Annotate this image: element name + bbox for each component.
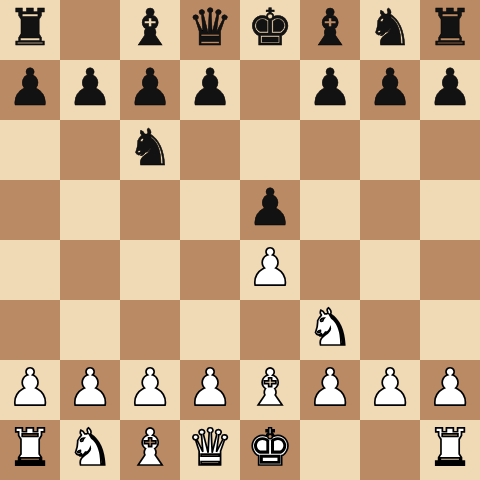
square-f4[interactable] [300, 240, 360, 300]
piece-black-pawn-b7[interactable]: ♟ [67, 58, 113, 118]
square-g6[interactable] [360, 120, 420, 180]
square-b6[interactable] [60, 120, 120, 180]
piece-white-pawn-f2[interactable]: ♟ [307, 358, 353, 418]
square-h6[interactable] [420, 120, 480, 180]
square-e6[interactable] [240, 120, 300, 180]
square-c2[interactable]: ♟ [120, 360, 180, 420]
piece-black-pawn-c7[interactable]: ♟ [127, 58, 173, 118]
piece-white-bishop-e2[interactable]: ♝ [247, 358, 293, 418]
piece-white-rook-h1[interactable]: ♜ [427, 418, 473, 478]
square-h3[interactable] [420, 300, 480, 360]
square-b1[interactable]: ♞ [60, 420, 120, 480]
square-a4[interactable] [0, 240, 60, 300]
square-b2[interactable]: ♟ [60, 360, 120, 420]
square-e5[interactable]: ♟ [240, 180, 300, 240]
square-c4[interactable] [120, 240, 180, 300]
square-h7[interactable]: ♟ [420, 60, 480, 120]
square-d2[interactable]: ♟ [180, 360, 240, 420]
piece-white-pawn-d2[interactable]: ♟ [187, 358, 233, 418]
square-f3[interactable]: ♞ [300, 300, 360, 360]
square-d6[interactable] [180, 120, 240, 180]
square-e8[interactable]: ♚ [240, 0, 300, 60]
square-c7[interactable]: ♟ [120, 60, 180, 120]
square-a3[interactable] [0, 300, 60, 360]
square-a5[interactable] [0, 180, 60, 240]
chess-board: ♜♝♛♚♝♞♜♟♟♟♟♟♟♟♞♟♟♞♟♟♟♟♝♟♟♟♜♞♝♛♚♜ [0, 0, 480, 480]
square-d1[interactable]: ♛ [180, 420, 240, 480]
piece-white-pawn-a2[interactable]: ♟ [7, 358, 53, 418]
square-c8[interactable]: ♝ [120, 0, 180, 60]
piece-white-pawn-h2[interactable]: ♟ [427, 358, 473, 418]
square-a1[interactable]: ♜ [0, 420, 60, 480]
square-f1[interactable] [300, 420, 360, 480]
square-d8[interactable]: ♛ [180, 0, 240, 60]
square-g1[interactable] [360, 420, 420, 480]
piece-white-knight-b1[interactable]: ♞ [67, 418, 113, 478]
square-g8[interactable]: ♞ [360, 0, 420, 60]
square-g3[interactable] [360, 300, 420, 360]
square-f7[interactable]: ♟ [300, 60, 360, 120]
square-d5[interactable] [180, 180, 240, 240]
square-c1[interactable]: ♝ [120, 420, 180, 480]
piece-black-bishop-c8[interactable]: ♝ [127, 0, 173, 58]
piece-white-king-e1[interactable]: ♚ [247, 418, 293, 478]
piece-black-rook-a8[interactable]: ♜ [7, 0, 53, 58]
square-e1[interactable]: ♚ [240, 420, 300, 480]
square-g5[interactable] [360, 180, 420, 240]
square-h2[interactable]: ♟ [420, 360, 480, 420]
square-a2[interactable]: ♟ [0, 360, 60, 420]
square-h4[interactable] [420, 240, 480, 300]
square-e4[interactable]: ♟ [240, 240, 300, 300]
square-h5[interactable] [420, 180, 480, 240]
square-h8[interactable]: ♜ [420, 0, 480, 60]
square-d7[interactable]: ♟ [180, 60, 240, 120]
square-e3[interactable] [240, 300, 300, 360]
square-e7[interactable] [240, 60, 300, 120]
piece-white-pawn-e4[interactable]: ♟ [247, 238, 293, 298]
piece-black-pawn-g7[interactable]: ♟ [367, 58, 413, 118]
piece-white-pawn-b2[interactable]: ♟ [67, 358, 113, 418]
piece-white-pawn-g2[interactable]: ♟ [367, 358, 413, 418]
square-f2[interactable]: ♟ [300, 360, 360, 420]
square-f5[interactable] [300, 180, 360, 240]
piece-white-rook-a1[interactable]: ♜ [7, 418, 53, 478]
piece-black-rook-h8[interactable]: ♜ [427, 0, 473, 58]
square-c6[interactable]: ♞ [120, 120, 180, 180]
square-g4[interactable] [360, 240, 420, 300]
square-g7[interactable]: ♟ [360, 60, 420, 120]
square-d4[interactable] [180, 240, 240, 300]
square-b3[interactable] [60, 300, 120, 360]
square-f8[interactable]: ♝ [300, 0, 360, 60]
square-e2[interactable]: ♝ [240, 360, 300, 420]
piece-black-pawn-a7[interactable]: ♟ [7, 58, 53, 118]
piece-white-bishop-c1[interactable]: ♝ [127, 418, 173, 478]
square-b7[interactable]: ♟ [60, 60, 120, 120]
square-a8[interactable]: ♜ [0, 0, 60, 60]
piece-white-pawn-c2[interactable]: ♟ [127, 358, 173, 418]
square-d3[interactable] [180, 300, 240, 360]
square-b4[interactable] [60, 240, 120, 300]
piece-black-pawn-h7[interactable]: ♟ [427, 58, 473, 118]
piece-black-king-e8[interactable]: ♚ [247, 0, 293, 58]
square-c3[interactable] [120, 300, 180, 360]
piece-black-queen-d8[interactable]: ♛ [187, 0, 233, 58]
piece-white-queen-d1[interactable]: ♛ [187, 418, 233, 478]
piece-black-pawn-f7[interactable]: ♟ [307, 58, 353, 118]
square-a7[interactable]: ♟ [0, 60, 60, 120]
piece-white-knight-f3[interactable]: ♞ [307, 298, 353, 358]
square-h1[interactable]: ♜ [420, 420, 480, 480]
square-g2[interactable]: ♟ [360, 360, 420, 420]
square-b8[interactable] [60, 0, 120, 60]
square-f6[interactable] [300, 120, 360, 180]
square-b5[interactable] [60, 180, 120, 240]
piece-black-knight-g8[interactable]: ♞ [367, 0, 413, 58]
piece-black-bishop-f8[interactable]: ♝ [307, 0, 353, 58]
piece-black-pawn-e5[interactable]: ♟ [247, 178, 293, 238]
square-a6[interactable] [0, 120, 60, 180]
piece-black-knight-c6[interactable]: ♞ [127, 118, 173, 178]
square-c5[interactable] [120, 180, 180, 240]
piece-black-pawn-d7[interactable]: ♟ [187, 58, 233, 118]
